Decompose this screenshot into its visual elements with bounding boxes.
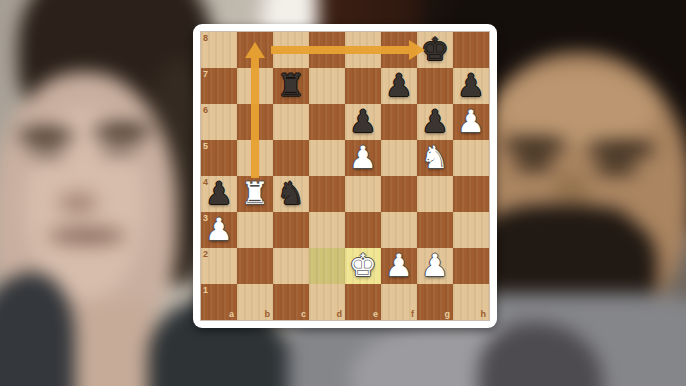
- rank-label-4: 4: [203, 177, 208, 187]
- square-e2[interactable]: ♚: [345, 248, 381, 284]
- square-c6[interactable]: [273, 104, 309, 140]
- square-d3[interactable]: [309, 212, 345, 248]
- rank-label-7: 7: [203, 69, 208, 79]
- square-a1[interactable]: 1a: [201, 284, 237, 320]
- black-king: ♚: [417, 32, 453, 68]
- square-b8[interactable]: [237, 32, 273, 68]
- square-g2[interactable]: ♟: [417, 248, 453, 284]
- white-pawn: ♟: [453, 104, 489, 140]
- square-e7[interactable]: [345, 68, 381, 104]
- square-f7[interactable]: ♟: [381, 68, 417, 104]
- square-d6[interactable]: [309, 104, 345, 140]
- square-c7[interactable]: ♜: [273, 68, 309, 104]
- right-player-forehead: [498, 68, 658, 148]
- black-pawn: ♟: [201, 176, 237, 212]
- square-g3[interactable]: [417, 212, 453, 248]
- square-f8[interactable]: [381, 32, 417, 68]
- file-label-e: e: [373, 309, 378, 319]
- square-f1[interactable]: f: [381, 284, 417, 320]
- square-a6[interactable]: 6: [201, 104, 237, 140]
- square-c8[interactable]: [273, 32, 309, 68]
- white-pawn: ♟: [417, 248, 453, 284]
- square-b1[interactable]: b: [237, 284, 273, 320]
- black-pawn: ♟: [417, 104, 453, 140]
- square-g7[interactable]: [417, 68, 453, 104]
- right-player-brow: [503, 137, 567, 153]
- file-label-b: b: [265, 309, 271, 319]
- left-player-brow: [18, 127, 74, 144]
- square-c5[interactable]: [273, 140, 309, 176]
- rank-label-6: 6: [203, 105, 208, 115]
- square-e6[interactable]: ♟: [345, 104, 381, 140]
- left-player-mouth: [48, 227, 126, 245]
- right-player-eye: [594, 162, 638, 174]
- square-d5[interactable]: [309, 140, 345, 176]
- white-knight: ♞: [417, 140, 453, 176]
- square-e5[interactable]: ♟: [345, 140, 381, 176]
- square-b3[interactable]: [237, 212, 273, 248]
- white-pawn: ♟: [381, 248, 417, 284]
- rank-label-1: 1: [203, 285, 208, 295]
- white-pawn: ♟: [201, 212, 237, 248]
- square-b5[interactable]: [237, 140, 273, 176]
- white-king: ♚: [345, 248, 381, 284]
- square-b4[interactable]: ♜: [237, 176, 273, 212]
- left-player-eye: [100, 144, 138, 156]
- square-f3[interactable]: [381, 212, 417, 248]
- square-b2[interactable]: [237, 248, 273, 284]
- square-h5[interactable]: [453, 140, 489, 176]
- right-player-eye: [513, 158, 555, 170]
- square-h1[interactable]: h: [453, 284, 489, 320]
- square-a8[interactable]: 8: [201, 32, 237, 68]
- board-frame: 8♚7♜♟♟6♟♟♟5♟♞♟4♜♞♟32♚♟♟1abcdefgh: [193, 24, 497, 328]
- left-player-brow: [93, 123, 151, 140]
- left-player-eye: [28, 147, 66, 159]
- square-d7[interactable]: [309, 68, 345, 104]
- square-b7[interactable]: [237, 68, 273, 104]
- square-g6[interactable]: ♟: [417, 104, 453, 140]
- square-g1[interactable]: g: [417, 284, 453, 320]
- file-label-g: g: [445, 309, 451, 319]
- square-h3[interactable]: [453, 212, 489, 248]
- square-e4[interactable]: [345, 176, 381, 212]
- file-label-f: f: [411, 309, 414, 319]
- square-a3[interactable]: ♟3: [201, 212, 237, 248]
- square-d8[interactable]: [309, 32, 345, 68]
- rank-label-5: 5: [203, 141, 208, 151]
- file-label-a: a: [229, 309, 234, 319]
- square-h8[interactable]: [453, 32, 489, 68]
- file-label-h: h: [481, 309, 487, 319]
- rank-label-8: 8: [203, 33, 208, 43]
- square-b6[interactable]: [237, 104, 273, 140]
- square-a2[interactable]: 2: [201, 248, 237, 284]
- square-g4[interactable]: [417, 176, 453, 212]
- square-c2[interactable]: [273, 248, 309, 284]
- rank-label-2: 2: [203, 249, 208, 259]
- square-h4[interactable]: [453, 176, 489, 212]
- square-c4[interactable]: ♞: [273, 176, 309, 212]
- black-rook: ♜: [273, 68, 309, 104]
- black-pawn: ♟: [453, 68, 489, 104]
- white-pawn: ♟: [345, 140, 381, 176]
- file-label-d: d: [337, 309, 343, 319]
- square-e3[interactable]: [345, 212, 381, 248]
- rank-label-3: 3: [203, 213, 208, 223]
- square-e1[interactable]: e: [345, 284, 381, 320]
- square-f6[interactable]: [381, 104, 417, 140]
- white-rook: ♜: [237, 176, 273, 212]
- square-a7[interactable]: 7: [201, 68, 237, 104]
- right-player-brow: [586, 141, 656, 157]
- square-h2[interactable]: [453, 248, 489, 284]
- black-pawn: ♟: [381, 68, 417, 104]
- square-h7[interactable]: ♟: [453, 68, 489, 104]
- square-c3[interactable]: [273, 212, 309, 248]
- square-a4[interactable]: ♟4: [201, 176, 237, 212]
- square-f5[interactable]: [381, 140, 417, 176]
- square-h6[interactable]: ♟: [453, 104, 489, 140]
- square-c1[interactable]: c: [273, 284, 309, 320]
- black-pawn: ♟: [345, 104, 381, 140]
- square-d2[interactable]: [309, 248, 345, 284]
- square-f2[interactable]: ♟: [381, 248, 417, 284]
- chess-board: 8♚7♜♟♟6♟♟♟5♟♞♟4♜♞♟32♚♟♟1abcdefgh: [201, 32, 489, 320]
- square-d1[interactable]: d: [309, 284, 345, 320]
- square-g5[interactable]: ♞: [417, 140, 453, 176]
- file-label-c: c: [301, 309, 306, 319]
- square-d4[interactable]: [309, 176, 345, 212]
- square-g8[interactable]: ♚: [417, 32, 453, 68]
- square-f4[interactable]: [381, 176, 417, 212]
- left-player-nose: [58, 192, 98, 214]
- square-e8[interactable]: [345, 32, 381, 68]
- square-a5[interactable]: 5: [201, 140, 237, 176]
- black-knight: ♞: [273, 176, 309, 212]
